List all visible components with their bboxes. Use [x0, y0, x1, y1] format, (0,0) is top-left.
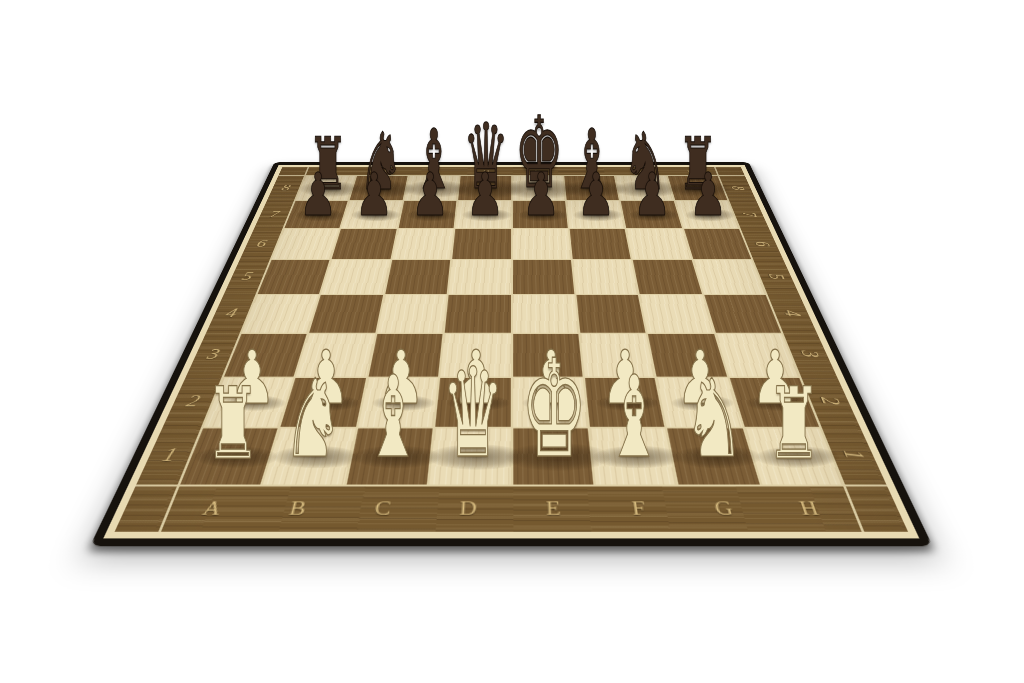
square-b4[interactable]	[310, 295, 383, 333]
square-g6[interactable]	[627, 229, 691, 259]
square-e6[interactable]	[512, 229, 570, 259]
square-b6[interactable]	[332, 229, 396, 259]
file-label-bottom-e: E	[511, 498, 597, 520]
file-label-bottom-g: G	[680, 498, 771, 520]
file-label-bottom-a: A	[166, 498, 259, 520]
square-g5[interactable]	[633, 260, 702, 294]
file-label-bottom-b: B	[252, 498, 343, 520]
pawn-glyph: ♟	[466, 165, 504, 224]
board-scene: ABCDEFGHABCDEFGH8765432187654321	[0, 0, 1024, 683]
square-f6[interactable]	[570, 229, 631, 259]
rook-glyph: ♜	[205, 374, 260, 473]
square-b5[interactable]	[321, 260, 390, 294]
pawn-glyph: ♟	[633, 165, 671, 224]
knight-glyph: ♞	[683, 365, 744, 473]
pawn-glyph: ♟	[410, 165, 448, 224]
square-f5[interactable]	[573, 260, 638, 294]
square-f4[interactable]	[576, 295, 645, 333]
square-d6[interactable]	[452, 229, 510, 259]
stage: ABCDEFGHABCDEFGH8765432187654321 ♜♞♝♛♚♝♞…	[0, 0, 1024, 683]
pawn-glyph: ♟	[355, 165, 393, 224]
square-c6[interactable]	[392, 229, 453, 259]
bishop-glyph: ♝	[364, 361, 421, 473]
square-d4[interactable]	[445, 295, 511, 333]
pawn-glyph: ♟	[299, 165, 337, 224]
file-label-bottom-d: D	[425, 498, 511, 520]
square-c4[interactable]	[377, 295, 446, 333]
knight-glyph: ♞	[282, 365, 343, 473]
file-label-bottom-c: C	[339, 498, 428, 520]
queen-glyph: ♛	[441, 352, 504, 476]
pawn-glyph: ♟	[689, 165, 727, 224]
pawn-glyph: ♟	[522, 165, 560, 224]
square-h5[interactable]	[693, 260, 765, 294]
bishop-glyph: ♝	[605, 361, 662, 473]
file-label-bottom-h: H	[764, 498, 857, 520]
square-g4[interactable]	[640, 295, 713, 333]
square-c5[interactable]	[385, 260, 450, 294]
file-labels-bottom: ABCDEFGH	[161, 486, 862, 531]
square-a4[interactable]	[242, 295, 319, 333]
square-e5[interactable]	[512, 260, 574, 294]
square-h6[interactable]	[684, 229, 751, 259]
file-label-bottom-f: F	[595, 498, 684, 520]
chess-board: ABCDEFGHABCDEFGH8765432187654321	[90, 162, 933, 546]
king-glyph: ♚	[520, 342, 587, 477]
pawn-glyph: ♟	[577, 165, 615, 224]
square-e4[interactable]	[512, 295, 578, 333]
rook-glyph: ♜	[767, 374, 822, 473]
square-a5[interactable]	[258, 260, 330, 294]
square-d5[interactable]	[449, 260, 511, 294]
square-a6[interactable]	[272, 229, 340, 259]
